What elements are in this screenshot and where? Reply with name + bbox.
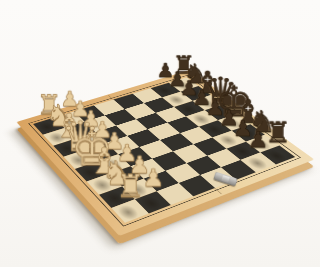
square-h1: ♜ [112,200,149,223]
piece-black-rook: ♜ [163,43,204,84]
piece-shadow [46,131,69,145]
piece-shadow [115,203,142,222]
wood-frame: ♜♞♝♛♚♝♞♜♟♟♟♟♟♟♟♟♟♟♟♟♟♟♟♟♜♞♝♛♚♝♞♜ [16,70,314,236]
square-d3 [107,136,140,154]
board-scene: ♜♞♝♛♚♝♞♜♟♟♟♟♟♟♟♟♟♟♟♟♟♟♟♟♜♞♝♛♚♝♞♜ [0,0,320,267]
piece-shadow [264,148,290,163]
square-g4 [165,163,200,183]
chess-board: ♜♞♝♛♚♝♞♜♟♟♟♟♟♟♟♟♟♟♟♟♟♟♟♟♜♞♝♛♚♝♞♜ [16,70,314,236]
piece-shadow [189,113,213,126]
piece-shadow [100,157,125,173]
piece-black-rook: ♜ [254,108,301,155]
piece-shadow [138,195,165,213]
product-photo: ♜♞♝♛♚♝♞♜♟♟♟♟♟♟♟♟♟♟♟♟♟♟♟♟♜♞♝♛♚♝♞♜ [0,0,320,267]
piece-shadow [102,190,128,208]
piece-shadow [67,153,91,168]
squares-grid: ♜♞♝♛♚♝♞♜♟♟♟♟♟♟♟♟♟♟♟♟♟♟♟♟♜♞♝♛♚♝♞♜ [33,77,295,222]
